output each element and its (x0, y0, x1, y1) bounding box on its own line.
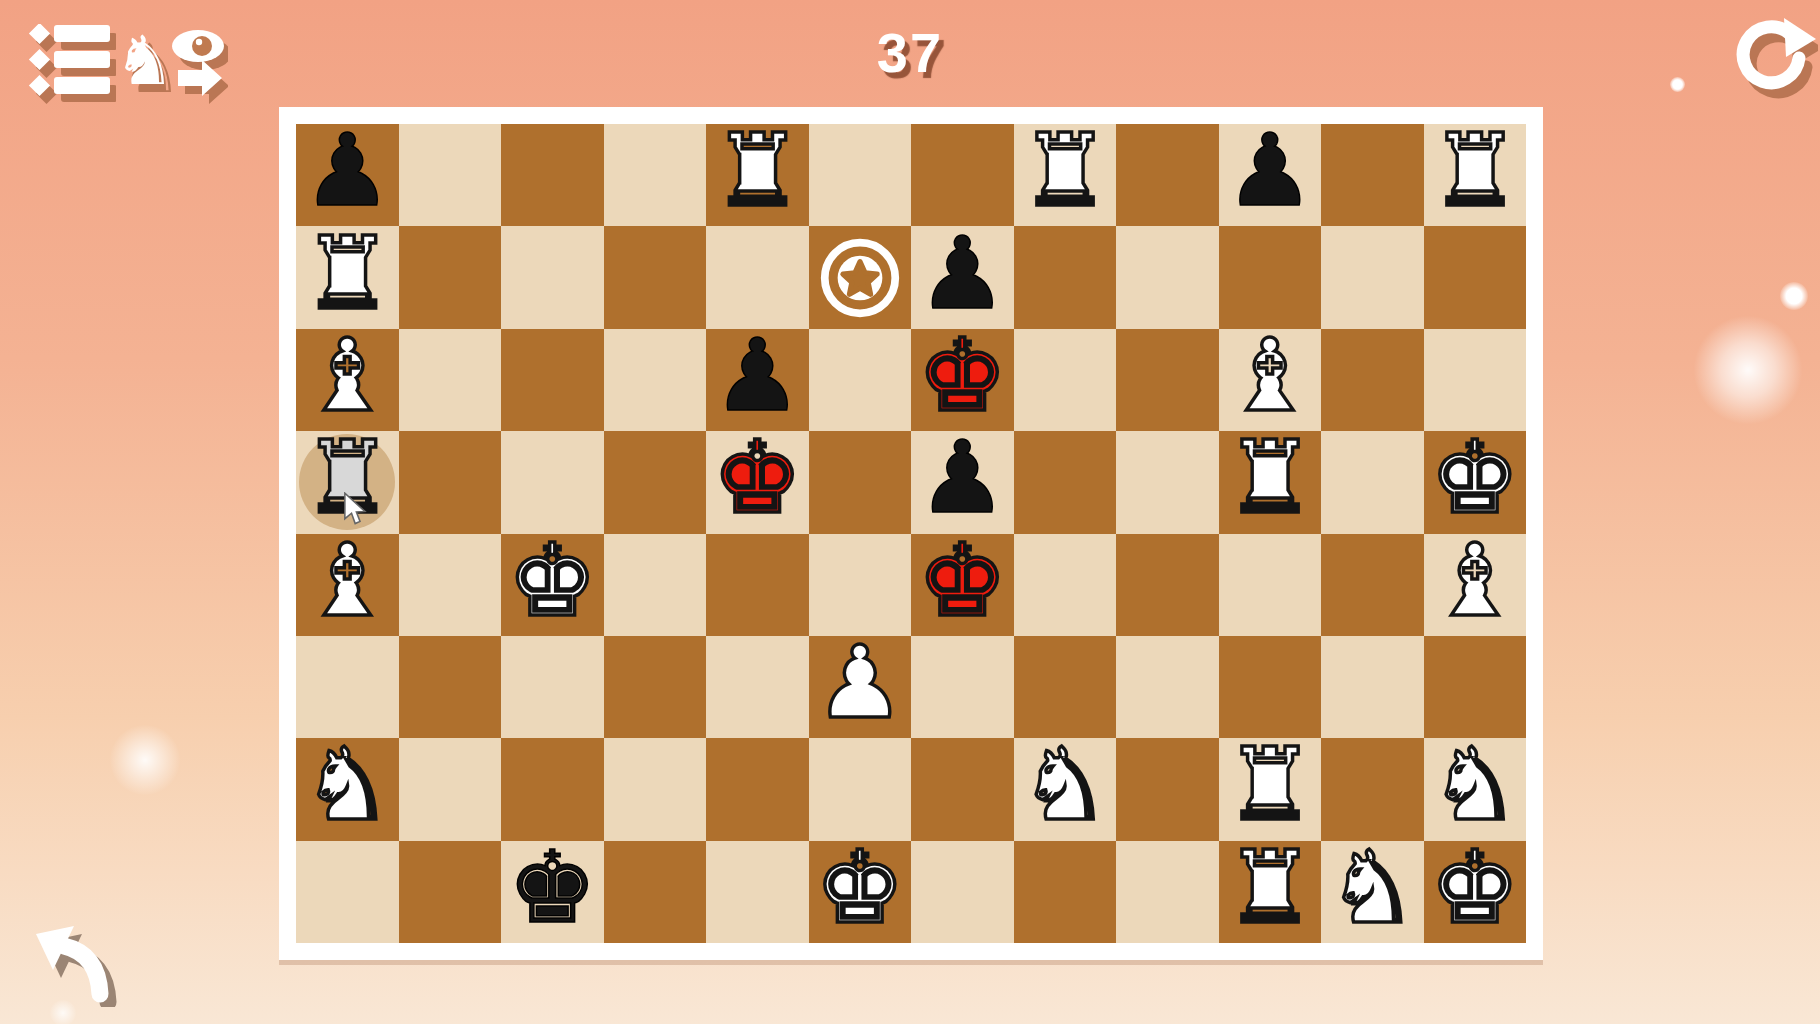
piece-black-pawn: ♟ (302, 121, 392, 221)
piece-black-pawn: ♟ (917, 224, 1007, 324)
piece-white-king: ♚ (815, 838, 905, 938)
piece-red-king-in-check: ♚ (712, 428, 802, 528)
piece-white-knight: ♞ (302, 735, 392, 835)
square-r3c2[interactable] (399, 329, 502, 431)
piece-white-king: ♚ (507, 531, 597, 631)
bokeh-glow (1693, 315, 1803, 425)
back-curved-arrow-icon (22, 912, 122, 1007)
square-r2c11[interactable] (1321, 226, 1424, 328)
square-r6c11[interactable] (1321, 636, 1424, 738)
square-r4c11[interactable] (1321, 431, 1424, 533)
square-r5c9[interactable] (1116, 534, 1219, 636)
square-r1c9[interactable] (1116, 124, 1219, 226)
square-r5c8[interactable] (1014, 534, 1117, 636)
square-r5c6[interactable] (809, 534, 912, 636)
square-r7c10[interactable]: ♜ (1219, 738, 1322, 840)
square-r3c8[interactable] (1014, 329, 1117, 431)
square-r2c12[interactable] (1424, 226, 1527, 328)
square-r8c9[interactable] (1116, 841, 1219, 943)
square-r1c6[interactable] (809, 124, 912, 226)
square-r3c7[interactable]: ♚ (911, 329, 1014, 431)
square-r6c2[interactable] (399, 636, 502, 738)
piece-white-rook: ♜ (1225, 428, 1315, 528)
piece-white-rook: ♜ (712, 121, 802, 221)
square-r4c9[interactable] (1116, 431, 1219, 533)
square-r5c3[interactable]: ♚ (501, 534, 604, 636)
square-r7c6[interactable] (809, 738, 912, 840)
bokeh-glow (110, 725, 180, 795)
piece-white-knight: ♞ (1430, 735, 1520, 835)
square-r7c7[interactable] (911, 738, 1014, 840)
square-r7c3[interactable] (501, 738, 604, 840)
piece-white-king: ♚ (1430, 838, 1520, 938)
square-r8c8[interactable] (1014, 841, 1117, 943)
square-r4c2[interactable] (399, 431, 502, 533)
square-r6c7[interactable] (911, 636, 1014, 738)
square-r4c8[interactable] (1014, 431, 1117, 533)
bokeh-dot (1780, 282, 1808, 310)
target-star-icon (817, 235, 903, 321)
square-r1c1[interactable]: ♟ (296, 124, 399, 226)
piece-white-rook: ♜ (1225, 838, 1315, 938)
square-r2c3[interactable] (501, 226, 604, 328)
piece-red-king-in-check: ♚ (917, 326, 1007, 426)
square-r4c3[interactable] (501, 431, 604, 533)
piece-white-bishop: ♝ (1225, 326, 1315, 426)
square-r3c5[interactable]: ♟ (706, 329, 809, 431)
square-r6c1[interactable] (296, 636, 399, 738)
square-r1c10[interactable]: ♟ (1219, 124, 1322, 226)
square-r6c3[interactable] (501, 636, 604, 738)
square-r1c4[interactable] (604, 124, 707, 226)
square-r2c7[interactable]: ♟ (911, 226, 1014, 328)
board-frame: ♟♜♜♟♜♜ ♟♝♟♚♝♜♚♟♜♚♝♚♚♝♟♞♞♜♞♚♚♜♞♚ (279, 107, 1543, 960)
square-r2c10[interactable] (1219, 226, 1322, 328)
square-r6c6[interactable]: ♟ (809, 636, 912, 738)
square-r4c5[interactable]: ♚ (706, 431, 809, 533)
svg-text:♞: ♞ (118, 21, 175, 100)
piece-white-knight: ♞ (1327, 838, 1417, 938)
piece-white-bishop: ♝ (302, 531, 392, 631)
square-r2c6[interactable] (809, 226, 912, 328)
square-r3c11[interactable] (1321, 329, 1424, 431)
menu-button[interactable] (24, 24, 116, 106)
piece-white-rook: ♜ (1020, 121, 1110, 221)
square-r4c4[interactable] (604, 431, 707, 533)
square-r3c3[interactable] (501, 329, 604, 431)
square-r7c5[interactable] (706, 738, 809, 840)
piece-white-bishop: ♝ (302, 326, 392, 426)
square-r2c2[interactable] (399, 226, 502, 328)
square-r5c7[interactable]: ♚ (911, 534, 1014, 636)
square-r1c3[interactable] (501, 124, 604, 226)
piece-black-pawn: ♟ (712, 326, 802, 426)
square-r2c8[interactable] (1014, 226, 1117, 328)
square-r4c7[interactable]: ♟ (911, 431, 1014, 533)
square-r7c11[interactable] (1321, 738, 1424, 840)
square-r6c8[interactable] (1014, 636, 1117, 738)
square-r3c4[interactable] (604, 329, 707, 431)
piece-black-king: ♚ (507, 838, 597, 938)
square-r7c9[interactable] (1116, 738, 1219, 840)
level-counter: 37 (877, 20, 943, 85)
square-r1c7[interactable] (911, 124, 1014, 226)
square-r2c9[interactable] (1116, 226, 1219, 328)
square-r7c4[interactable] (604, 738, 707, 840)
undo-button[interactable] (22, 912, 122, 1007)
piece-white-rook: ♜ (302, 224, 392, 324)
square-r4c12[interactable]: ♚ (1424, 431, 1527, 533)
square-r6c9[interactable] (1116, 636, 1219, 738)
square-r4c10[interactable]: ♜ (1219, 431, 1322, 533)
square-r7c2[interactable] (399, 738, 502, 840)
square-r1c8[interactable]: ♜ (1014, 124, 1117, 226)
square-r1c5[interactable]: ♜ (706, 124, 809, 226)
board-grid: ♟♜♜♟♜♜ ♟♝♟♚♝♜♚♟♜♚♝♚♚♝♟♞♞♜♞♚♚♜♞♚ (296, 124, 1526, 943)
square-r4c6[interactable] (809, 431, 912, 533)
square-r2c4[interactable] (604, 226, 707, 328)
square-r6c12[interactable] (1424, 636, 1527, 738)
square-r2c5[interactable] (706, 226, 809, 328)
square-r3c1[interactable]: ♝ (296, 329, 399, 431)
square-r3c10[interactable]: ♝ (1219, 329, 1322, 431)
circular-restart-arrow-icon (1728, 12, 1818, 107)
square-r8c3[interactable]: ♚ (501, 841, 604, 943)
piece-white-bishop: ♝ (1430, 531, 1520, 631)
square-r1c12[interactable]: ♜ (1424, 124, 1527, 226)
square-r5c5[interactable] (706, 534, 809, 636)
piece-white-rook: ♜ (1225, 735, 1315, 835)
square-r7c1[interactable]: ♞ (296, 738, 399, 840)
square-r3c9[interactable] (1116, 329, 1219, 431)
square-r1c11[interactable] (1321, 124, 1424, 226)
restart-button[interactable] (1728, 12, 1818, 107)
square-r5c12[interactable]: ♝ (1424, 534, 1527, 636)
mouse-pointer-icon (342, 492, 372, 526)
piece-white-pawn: ♟ (815, 633, 905, 733)
square-r8c12[interactable]: ♚ (1424, 841, 1527, 943)
square-r1c2[interactable] (399, 124, 502, 226)
piece-white-knight: ♞ (1020, 735, 1110, 835)
square-r8c2[interactable] (399, 841, 502, 943)
square-r5c1[interactable]: ♝ (296, 534, 399, 636)
square-r8c1[interactable] (296, 841, 399, 943)
knight-eye-arrow-icon: ♞ ♞ (118, 20, 228, 105)
piece-white-king: ♚ (1430, 428, 1520, 528)
square-r5c11[interactable] (1321, 534, 1424, 636)
piece-black-pawn: ♟ (917, 428, 1007, 528)
square-r6c5[interactable] (706, 636, 809, 738)
square-r8c4[interactable] (604, 841, 707, 943)
square-r8c11[interactable]: ♞ (1321, 841, 1424, 943)
square-r8c5[interactable] (706, 841, 809, 943)
square-r7c8[interactable]: ♞ (1014, 738, 1117, 840)
square-r2c1[interactable]: ♜ (296, 226, 399, 328)
square-r5c4[interactable] (604, 534, 707, 636)
square-r8c10[interactable]: ♜ (1219, 841, 1322, 943)
game-screen: ♞ ♞ 37 (0, 0, 1820, 1024)
square-r7c12[interactable]: ♞ (1424, 738, 1527, 840)
square-r6c10[interactable] (1219, 636, 1322, 738)
piece-white-rook: ♜ (1430, 121, 1520, 221)
square-r6c4[interactable] (604, 636, 707, 738)
square-r5c2[interactable] (399, 534, 502, 636)
square-r8c7[interactable] (911, 841, 1014, 943)
square-r3c12[interactable] (1424, 329, 1527, 431)
piece-black-pawn: ♟ (1225, 121, 1315, 221)
list-menu-icon (24, 24, 116, 106)
square-r3c6[interactable] (809, 329, 912, 431)
square-r5c10[interactable] (1219, 534, 1322, 636)
bokeh-dot (1670, 77, 1685, 92)
piece-red-king-in-check: ♚ (917, 531, 1007, 631)
hint-button[interactable]: ♞ ♞ (118, 20, 228, 105)
square-r8c6[interactable]: ♚ (809, 841, 912, 943)
